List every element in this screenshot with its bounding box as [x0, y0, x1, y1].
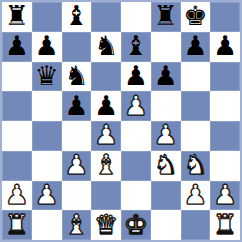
- piece-black-pawn[interactable]: ♟: [35, 32, 59, 59]
- piece-white-pawn[interactable]: ♟: [213, 181, 237, 208]
- square-c6[interactable]: ♞: [62, 62, 92, 92]
- square-d2[interactable]: [91, 181, 121, 211]
- square-d5[interactable]: ♟: [91, 91, 121, 121]
- square-h8[interactable]: [210, 2, 240, 32]
- piece-white-king[interactable]: ♚: [124, 211, 148, 238]
- square-b6[interactable]: ♛: [32, 62, 62, 92]
- piece-white-pawn[interactable]: ♟: [124, 92, 148, 119]
- square-e5[interactable]: ♟: [121, 91, 151, 121]
- piece-black-rook[interactable]: ♜: [154, 2, 178, 29]
- chess-board-frame: ♜♝♜♚♟♟♞♝♟♟♛♞♟♟♟♟♟♟♟♟♝♞♞♟♟♟♟♜♝♛♚♜: [0, 0, 242, 242]
- square-e6[interactable]: ♟: [121, 62, 151, 92]
- piece-white-pawn[interactable]: ♟: [154, 121, 178, 148]
- piece-black-queen[interactable]: ♛: [35, 62, 59, 89]
- square-h2[interactable]: ♟: [210, 181, 240, 211]
- piece-white-pawn[interactable]: ♟: [64, 151, 88, 178]
- piece-black-bishop[interactable]: ♝: [64, 2, 88, 29]
- piece-black-bishop[interactable]: ♝: [124, 32, 148, 59]
- square-a1[interactable]: ♜: [2, 210, 32, 240]
- square-c4[interactable]: [62, 121, 92, 151]
- square-c2[interactable]: [62, 181, 92, 211]
- square-d3[interactable]: ♝: [91, 151, 121, 181]
- piece-black-pawn[interactable]: ♟: [213, 32, 237, 59]
- square-g7[interactable]: ♟: [181, 32, 211, 62]
- square-a4[interactable]: [2, 121, 32, 151]
- square-g5[interactable]: [181, 91, 211, 121]
- piece-white-knight[interactable]: ♞: [183, 151, 207, 178]
- square-f5[interactable]: [151, 91, 181, 121]
- square-b5[interactable]: [32, 91, 62, 121]
- square-f3[interactable]: ♞: [151, 151, 181, 181]
- square-g8[interactable]: ♚: [181, 2, 211, 32]
- square-e3[interactable]: [121, 151, 151, 181]
- piece-black-king[interactable]: ♚: [183, 2, 207, 29]
- piece-black-pawn[interactable]: ♟: [183, 32, 207, 59]
- square-e1[interactable]: ♚: [121, 210, 151, 240]
- piece-white-pawn[interactable]: ♟: [5, 181, 29, 208]
- square-a3[interactable]: [2, 151, 32, 181]
- square-c1[interactable]: ♝: [62, 210, 92, 240]
- piece-white-rook[interactable]: ♜: [5, 211, 29, 238]
- piece-black-rook[interactable]: ♜: [5, 2, 29, 29]
- square-c7[interactable]: [62, 32, 92, 62]
- piece-black-knight[interactable]: ♞: [94, 32, 118, 59]
- piece-black-pawn[interactable]: ♟: [64, 92, 88, 119]
- square-b4[interactable]: [32, 121, 62, 151]
- square-d7[interactable]: ♞: [91, 32, 121, 62]
- square-f8[interactable]: ♜: [151, 2, 181, 32]
- square-f2[interactable]: [151, 181, 181, 211]
- chess-board: ♜♝♜♚♟♟♞♝♟♟♛♞♟♟♟♟♟♟♟♟♝♞♞♟♟♟♟♜♝♛♚♜: [2, 2, 240, 240]
- square-e7[interactable]: ♝: [121, 32, 151, 62]
- square-a7[interactable]: ♟: [2, 32, 32, 62]
- piece-black-knight[interactable]: ♞: [64, 62, 88, 89]
- square-c5[interactable]: ♟: [62, 91, 92, 121]
- square-c3[interactable]: ♟: [62, 151, 92, 181]
- square-e8[interactable]: [121, 2, 151, 32]
- piece-white-bishop[interactable]: ♝: [64, 211, 88, 238]
- square-b2[interactable]: ♟: [32, 181, 62, 211]
- square-g6[interactable]: [181, 62, 211, 92]
- piece-white-bishop[interactable]: ♝: [94, 151, 118, 178]
- piece-black-pawn[interactable]: ♟: [154, 62, 178, 89]
- square-f7[interactable]: [151, 32, 181, 62]
- square-a8[interactable]: ♜: [2, 2, 32, 32]
- piece-white-pawn[interactable]: ♟: [94, 121, 118, 148]
- square-d4[interactable]: ♟: [91, 121, 121, 151]
- square-h7[interactable]: ♟: [210, 32, 240, 62]
- square-f1[interactable]: [151, 210, 181, 240]
- square-h4[interactable]: [210, 121, 240, 151]
- piece-white-queen[interactable]: ♛: [94, 211, 118, 238]
- square-d8[interactable]: [91, 2, 121, 32]
- piece-black-pawn[interactable]: ♟: [94, 92, 118, 119]
- square-g1[interactable]: [181, 210, 211, 240]
- piece-white-pawn[interactable]: ♟: [35, 181, 59, 208]
- square-h6[interactable]: [210, 62, 240, 92]
- square-b3[interactable]: [32, 151, 62, 181]
- square-f6[interactable]: ♟: [151, 62, 181, 92]
- square-h5[interactable]: [210, 91, 240, 121]
- square-b1[interactable]: [32, 210, 62, 240]
- square-g2[interactable]: ♟: [181, 181, 211, 211]
- square-g3[interactable]: ♞: [181, 151, 211, 181]
- square-b7[interactable]: ♟: [32, 32, 62, 62]
- piece-white-rook[interactable]: ♜: [213, 211, 237, 238]
- piece-white-pawn[interactable]: ♟: [183, 181, 207, 208]
- square-h3[interactable]: [210, 151, 240, 181]
- square-e2[interactable]: [121, 181, 151, 211]
- square-a5[interactable]: [2, 91, 32, 121]
- square-d1[interactable]: ♛: [91, 210, 121, 240]
- square-a2[interactable]: ♟: [2, 181, 32, 211]
- square-g4[interactable]: [181, 121, 211, 151]
- square-b8[interactable]: [32, 2, 62, 32]
- square-d6[interactable]: [91, 62, 121, 92]
- square-a6[interactable]: [2, 62, 32, 92]
- square-f4[interactable]: ♟: [151, 121, 181, 151]
- square-e4[interactable]: [121, 121, 151, 151]
- piece-black-pawn[interactable]: ♟: [5, 32, 29, 59]
- piece-black-pawn[interactable]: ♟: [124, 62, 148, 89]
- square-c8[interactable]: ♝: [62, 2, 92, 32]
- square-h1[interactable]: ♜: [210, 210, 240, 240]
- piece-white-knight[interactable]: ♞: [154, 151, 178, 178]
